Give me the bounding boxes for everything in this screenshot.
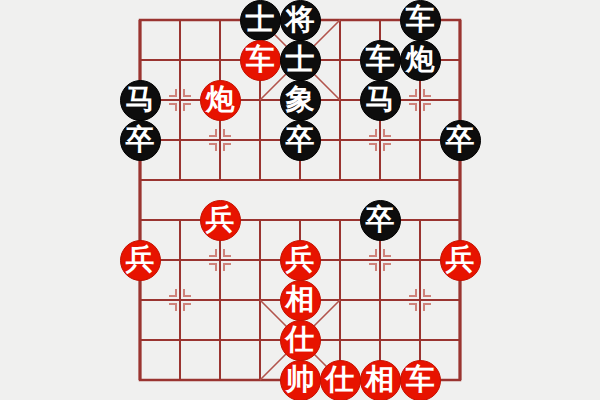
- pieces-layer: 士将车车士车炮马炮象马卒卒卒兵卒兵兵兵相仕帅仕相车: [120, 0, 480, 400]
- black-general[interactable]: 将: [280, 0, 321, 41]
- black-advisor[interactable]: 士: [240, 0, 281, 41]
- black-horse[interactable]: 马: [360, 80, 401, 121]
- black-horse[interactable]: 马: [120, 80, 161, 121]
- black-elephant[interactable]: 象: [280, 80, 321, 121]
- red-advisor[interactable]: 仕: [280, 320, 321, 361]
- red-soldier[interactable]: 兵: [440, 240, 481, 281]
- red-elephant[interactable]: 相: [280, 280, 321, 321]
- black-cannon[interactable]: 炮: [400, 40, 441, 81]
- black-advisor[interactable]: 士: [280, 40, 321, 81]
- black-soldier[interactable]: 卒: [120, 120, 161, 161]
- red-cannon[interactable]: 炮: [200, 80, 241, 121]
- black-soldier[interactable]: 卒: [360, 200, 401, 241]
- red-advisor[interactable]: 仕: [320, 360, 361, 400]
- red-general[interactable]: 帅: [280, 360, 321, 400]
- red-elephant[interactable]: 相: [360, 360, 401, 400]
- black-chariot[interactable]: 车: [400, 0, 441, 41]
- red-chariot[interactable]: 车: [400, 360, 441, 400]
- red-soldier[interactable]: 兵: [280, 240, 321, 281]
- red-soldier[interactable]: 兵: [200, 200, 241, 241]
- black-soldier[interactable]: 卒: [280, 120, 321, 161]
- black-chariot[interactable]: 车: [360, 40, 401, 81]
- xiangqi-board: 士将车车士车炮马炮象马卒卒卒兵卒兵兵兵相仕帅仕相车: [0, 0, 600, 400]
- black-soldier[interactable]: 卒: [440, 120, 481, 161]
- red-chariot[interactable]: 车: [240, 40, 281, 81]
- red-soldier[interactable]: 兵: [120, 240, 161, 281]
